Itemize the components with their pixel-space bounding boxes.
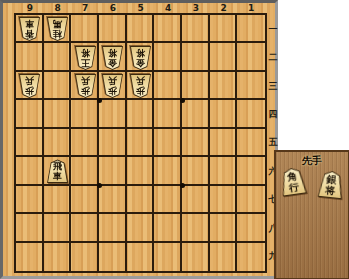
piece-kanji: 桂 bbox=[53, 29, 62, 39]
piece-knight-gote-8-1[interactable]: 桂馬 bbox=[47, 17, 68, 41]
square-9-5[interactable] bbox=[16, 129, 44, 157]
rank-label-1: 一 bbox=[266, 15, 280, 43]
square-7-6[interactable] bbox=[71, 157, 99, 185]
piece-face: 歩兵 bbox=[103, 75, 122, 97]
piece-kanji: 歩 bbox=[81, 86, 90, 96]
square-3-7[interactable] bbox=[182, 186, 210, 214]
square-3-8[interactable] bbox=[182, 214, 210, 242]
square-6-9[interactable] bbox=[99, 243, 127, 271]
square-8-9[interactable] bbox=[44, 243, 72, 271]
piece-outline: 飛車 bbox=[47, 159, 68, 183]
piece-face: 歩兵 bbox=[131, 75, 150, 97]
square-4-9[interactable] bbox=[154, 243, 182, 271]
piece-outline: 金将 bbox=[102, 46, 123, 70]
piece-face: 金将 bbox=[131, 47, 150, 69]
piece-pawn-gote-5-3[interactable]: 歩兵 bbox=[130, 74, 151, 98]
piece-kanji: 将 bbox=[325, 184, 336, 196]
square-3-4[interactable] bbox=[182, 100, 210, 128]
piece-king-gote-7-2[interactable]: 王将 bbox=[75, 46, 96, 70]
piece-outline: 香車 bbox=[19, 17, 40, 41]
piece-lance-gote-9-1[interactable]: 香車 bbox=[19, 17, 40, 41]
rank-label-3: 三 bbox=[266, 72, 280, 100]
square-3-9[interactable] bbox=[182, 243, 210, 271]
piece-kanji: 歩 bbox=[108, 86, 117, 96]
square-2-6[interactable] bbox=[210, 157, 238, 185]
piece-rook-sente-8-6[interactable]: 飛車 bbox=[47, 159, 68, 183]
piece-face: 角行 bbox=[280, 168, 305, 196]
piece-kanji: 車 bbox=[25, 19, 34, 29]
square-1-8[interactable] bbox=[237, 214, 265, 242]
square-4-6[interactable] bbox=[154, 157, 182, 185]
square-2-4[interactable] bbox=[210, 100, 238, 128]
piece-pawn-gote-6-3[interactable]: 歩兵 bbox=[102, 74, 123, 98]
piece-outline: 銀将 bbox=[318, 170, 345, 199]
piece-face: 金将 bbox=[103, 47, 122, 69]
square-6-1[interactable] bbox=[99, 15, 127, 43]
square-3-1[interactable] bbox=[182, 15, 210, 43]
piece-face: 香車 bbox=[20, 18, 39, 40]
square-2-8[interactable] bbox=[210, 214, 238, 242]
square-1-6[interactable] bbox=[237, 157, 265, 185]
piece-kanji: 行 bbox=[288, 181, 299, 193]
piece-gold-gote-6-2[interactable]: 金将 bbox=[102, 46, 123, 70]
piece-face: 銀将 bbox=[319, 171, 343, 198]
square-8-2[interactable] bbox=[44, 43, 72, 71]
piece-kanji: 歩 bbox=[136, 86, 145, 96]
square-8-8[interactable] bbox=[44, 214, 72, 242]
square-4-5[interactable] bbox=[154, 129, 182, 157]
square-9-6[interactable] bbox=[16, 157, 44, 185]
square-6-8[interactable] bbox=[99, 214, 127, 242]
square-9-9[interactable] bbox=[16, 243, 44, 271]
square-9-7[interactable] bbox=[16, 186, 44, 214]
shogi-diagram: 987654321 一二三四五六七八九 香車桂馬王将金将金将歩兵歩兵歩兵歩兵飛車… bbox=[0, 0, 349, 279]
square-5-6[interactable] bbox=[127, 157, 155, 185]
piece-kanji: 歩 bbox=[25, 86, 34, 96]
square-6-7[interactable] bbox=[99, 186, 127, 214]
sente-hand-tray: 先手 角行銀将 bbox=[274, 150, 349, 279]
rank-label-2: 二 bbox=[266, 43, 280, 71]
piece-kanji: 馬 bbox=[53, 19, 62, 29]
rank-label-4: 四 bbox=[266, 100, 280, 128]
piece-outline: 歩兵 bbox=[75, 74, 96, 98]
piece-bishop-sente[interactable]: 角行 bbox=[279, 166, 307, 196]
piece-kanji: 車 bbox=[53, 172, 62, 182]
piece-gold-gote-5-2[interactable]: 金将 bbox=[130, 46, 151, 70]
square-7-4[interactable] bbox=[71, 100, 99, 128]
piece-face: 桂馬 bbox=[48, 18, 67, 40]
square-7-9[interactable] bbox=[71, 243, 99, 271]
square-8-3[interactable] bbox=[44, 72, 72, 100]
piece-outline: 歩兵 bbox=[102, 74, 123, 98]
piece-silver-sente[interactable]: 銀将 bbox=[318, 170, 345, 199]
square-1-5[interactable] bbox=[237, 129, 265, 157]
piece-outline: 角行 bbox=[279, 166, 307, 196]
square-6-4[interactable] bbox=[99, 100, 127, 128]
square-7-7[interactable] bbox=[71, 186, 99, 214]
square-1-3[interactable] bbox=[237, 72, 265, 100]
piece-pawn-gote-9-3[interactable]: 歩兵 bbox=[19, 74, 40, 98]
square-1-1[interactable] bbox=[237, 15, 265, 43]
piece-face: 歩兵 bbox=[20, 75, 39, 97]
square-5-9[interactable] bbox=[127, 243, 155, 271]
square-9-8[interactable] bbox=[16, 214, 44, 242]
square-1-7[interactable] bbox=[237, 186, 265, 214]
square-4-2[interactable] bbox=[154, 43, 182, 71]
piece-kanji: 兵 bbox=[108, 76, 117, 86]
piece-kanji: 将 bbox=[136, 48, 145, 58]
hoshi-dot bbox=[97, 183, 102, 188]
square-2-9[interactable] bbox=[210, 243, 238, 271]
square-7-8[interactable] bbox=[71, 214, 99, 242]
shogi-board: 987654321 一二三四五六七八九 香車桂馬王将金将金将歩兵歩兵歩兵歩兵飛車 bbox=[0, 0, 278, 279]
square-2-2[interactable] bbox=[210, 43, 238, 71]
square-9-2[interactable] bbox=[16, 43, 44, 71]
square-2-5[interactable] bbox=[210, 129, 238, 157]
square-3-6[interactable] bbox=[182, 157, 210, 185]
square-4-7[interactable] bbox=[154, 186, 182, 214]
square-5-4[interactable] bbox=[127, 100, 155, 128]
square-7-1[interactable] bbox=[71, 15, 99, 43]
piece-outline: 桂馬 bbox=[47, 17, 68, 41]
square-1-4[interactable] bbox=[237, 100, 265, 128]
square-1-9[interactable] bbox=[237, 243, 265, 271]
piece-kanji: 金 bbox=[136, 57, 145, 67]
piece-kanji: 王 bbox=[81, 57, 90, 67]
square-6-6[interactable] bbox=[99, 157, 127, 185]
piece-outline: 歩兵 bbox=[130, 74, 151, 98]
piece-outline: 王将 bbox=[75, 46, 96, 70]
hoshi-dot bbox=[180, 98, 185, 103]
piece-pawn-gote-7-3[interactable]: 歩兵 bbox=[75, 74, 96, 98]
piece-face: 王将 bbox=[76, 47, 95, 69]
piece-outline: 歩兵 bbox=[19, 74, 40, 98]
piece-kanji: 兵 bbox=[81, 76, 90, 86]
square-9-4[interactable] bbox=[16, 100, 44, 128]
piece-kanji: 将 bbox=[81, 48, 90, 58]
piece-kanji: 兵 bbox=[25, 76, 34, 86]
square-4-1[interactable] bbox=[154, 15, 182, 43]
square-5-5[interactable] bbox=[127, 129, 155, 157]
piece-kanji: 香 bbox=[25, 29, 34, 39]
piece-face: 飛車 bbox=[48, 160, 67, 182]
square-3-3[interactable] bbox=[182, 72, 210, 100]
piece-outline: 金将 bbox=[130, 46, 151, 70]
square-6-5[interactable] bbox=[99, 129, 127, 157]
square-1-2[interactable] bbox=[237, 43, 265, 71]
square-8-7[interactable] bbox=[44, 186, 72, 214]
hoshi-dot bbox=[180, 183, 185, 188]
square-4-3[interactable] bbox=[154, 72, 182, 100]
sente-hand-label: 先手 bbox=[276, 154, 348, 168]
square-2-1[interactable] bbox=[210, 15, 238, 43]
square-7-5[interactable] bbox=[71, 129, 99, 157]
hoshi-dot bbox=[97, 98, 102, 103]
piece-face: 歩兵 bbox=[76, 75, 95, 97]
square-3-2[interactable] bbox=[182, 43, 210, 71]
square-8-5[interactable] bbox=[44, 129, 72, 157]
piece-kanji: 将 bbox=[108, 48, 117, 58]
square-5-7[interactable] bbox=[127, 186, 155, 214]
square-5-1[interactable] bbox=[127, 15, 155, 43]
square-4-8[interactable] bbox=[154, 214, 182, 242]
square-3-5[interactable] bbox=[182, 129, 210, 157]
square-8-4[interactable] bbox=[44, 100, 72, 128]
square-5-8[interactable] bbox=[127, 214, 155, 242]
square-4-4[interactable] bbox=[154, 100, 182, 128]
square-2-3[interactable] bbox=[210, 72, 238, 100]
piece-kanji: 金 bbox=[108, 57, 117, 67]
square-2-7[interactable] bbox=[210, 186, 238, 214]
piece-kanji: 兵 bbox=[136, 76, 145, 86]
